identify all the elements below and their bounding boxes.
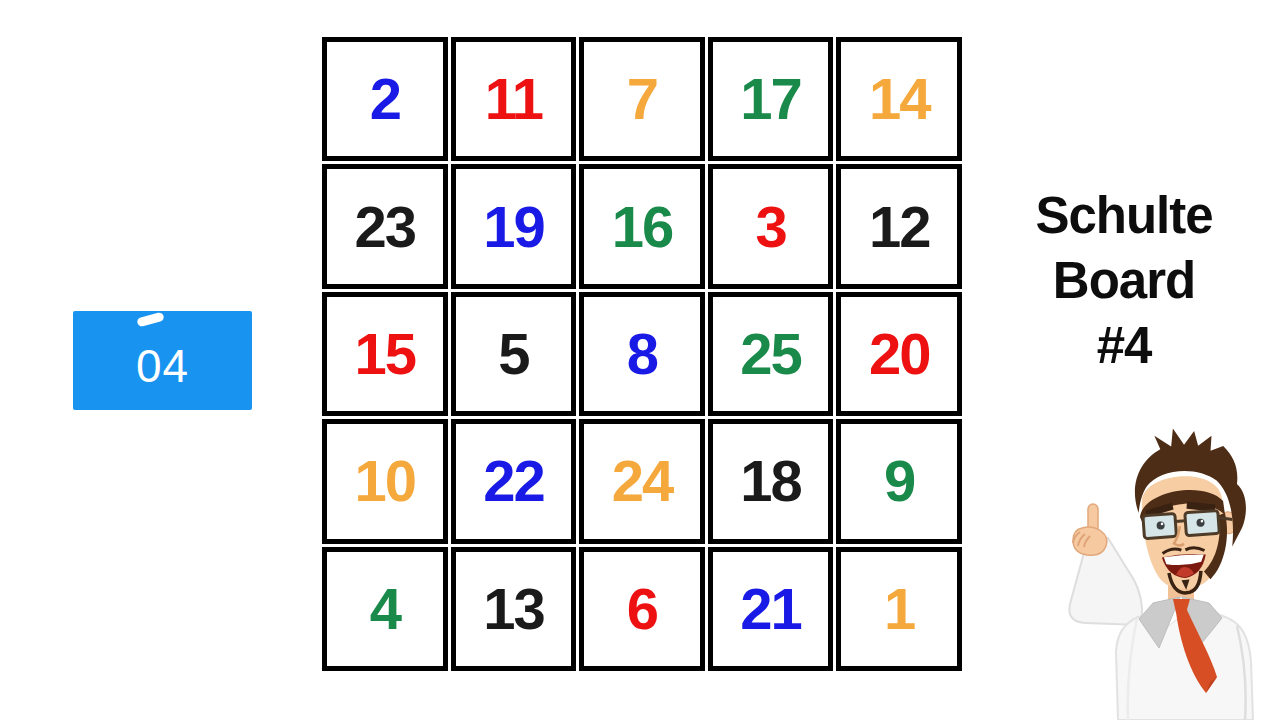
schulte-cell[interactable]: 15: [322, 292, 448, 416]
schulte-cell[interactable]: 23: [322, 164, 448, 288]
schulte-cell[interactable]: 22: [451, 419, 577, 543]
video-frame: 04 2117171423191631215582520102224189413…: [0, 0, 1280, 720]
schulte-cell[interactable]: 3: [708, 164, 834, 288]
title-line-1: Schulte: [1008, 183, 1240, 248]
schulte-cell[interactable]: 9: [836, 419, 962, 543]
timer-spinner-icon: [136, 312, 164, 328]
presenter-character-illustration: [1040, 420, 1280, 720]
schulte-cell[interactable]: 18: [708, 419, 834, 543]
schulte-cell[interactable]: 14: [836, 37, 962, 161]
schulte-cell[interactable]: 4: [322, 547, 448, 671]
schulte-cell[interactable]: 19: [451, 164, 577, 288]
head: [1131, 424, 1252, 596]
schulte-cell[interactable]: 1: [836, 547, 962, 671]
countdown-timer: 04: [73, 311, 252, 410]
timer-value: 04: [136, 339, 189, 393]
schulte-cell[interactable]: 11: [451, 37, 577, 161]
schulte-cell[interactable]: 8: [579, 292, 705, 416]
schulte-cell[interactable]: 13: [451, 547, 577, 671]
pointing-hand: [1073, 504, 1107, 555]
schulte-cell[interactable]: 16: [579, 164, 705, 288]
schulte-cell[interactable]: 10: [322, 419, 448, 543]
schulte-cell[interactable]: 6: [579, 547, 705, 671]
page-title: Schulte Board #4: [1008, 183, 1240, 378]
schulte-cell[interactable]: 24: [579, 419, 705, 543]
title-line-3: #4: [1008, 313, 1240, 378]
schulte-board: 2117171423191631215582520102224189413621…: [322, 37, 962, 671]
schulte-cell[interactable]: 12: [836, 164, 962, 288]
title-line-2: Board: [1008, 248, 1240, 313]
schulte-cell[interactable]: 20: [836, 292, 962, 416]
schulte-cell[interactable]: 2: [322, 37, 448, 161]
schulte-cell[interactable]: 5: [451, 292, 577, 416]
schulte-cell[interactable]: 17: [708, 37, 834, 161]
schulte-cell[interactable]: 21: [708, 547, 834, 671]
schulte-cell[interactable]: 25: [708, 292, 834, 416]
schulte-cell[interactable]: 7: [579, 37, 705, 161]
